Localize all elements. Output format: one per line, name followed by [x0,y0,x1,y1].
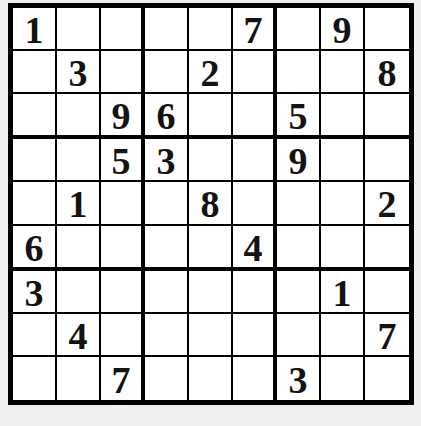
cell-r1c2[interactable] [57,8,101,51]
cell-r7c4[interactable] [145,271,189,314]
cell-r6c6: 4 [233,226,277,271]
cell-r5c8[interactable] [321,182,365,225]
cell-r5c7[interactable] [277,182,321,225]
cell-r7c2[interactable] [57,271,101,314]
cell-r3c6[interactable] [233,94,277,139]
cell-r8c5[interactable] [189,314,233,357]
cell-r6c1: 6 [13,226,57,271]
cell-r2c8[interactable] [321,51,365,94]
cell-r5c9: 2 [365,182,409,225]
cell-r1c3[interactable] [101,8,145,51]
cell-r6c3[interactable] [101,226,145,271]
cell-r2c2: 3 [57,51,101,94]
cell-r9c5[interactable] [189,357,233,400]
cell-r4c1[interactable] [13,139,57,182]
cell-r9c1[interactable] [13,357,57,400]
cell-r5c3[interactable] [101,182,145,225]
sudoku-board: 17932896553918264314773 [8,3,414,405]
cell-r2c9: 8 [365,51,409,94]
cell-r8c4[interactable] [145,314,189,357]
cell-r6c2[interactable] [57,226,101,271]
cell-r3c3: 9 [101,94,145,139]
cell-r8c9: 7 [365,314,409,357]
cell-r9c9[interactable] [365,357,409,400]
cell-r5c4[interactable] [145,182,189,225]
cell-r4c6[interactable] [233,139,277,182]
cell-r2c3[interactable] [101,51,145,94]
cell-r7c9[interactable] [365,271,409,314]
cell-r3c1[interactable] [13,94,57,139]
cell-r3c9[interactable] [365,94,409,139]
cell-r6c7[interactable] [277,226,321,271]
cell-r9c6[interactable] [233,357,277,400]
cell-r8c7[interactable] [277,314,321,357]
cell-r7c1: 3 [13,271,57,314]
cell-r9c3: 7 [101,357,145,400]
cell-r7c3[interactable] [101,271,145,314]
cell-r6c8[interactable] [321,226,365,271]
cell-r1c7[interactable] [277,8,321,51]
cell-r2c4[interactable] [145,51,189,94]
cell-r4c4: 3 [145,139,189,182]
cell-r7c8: 1 [321,271,365,314]
cell-r8c1[interactable] [13,314,57,357]
cell-r4c3: 5 [101,139,145,182]
cell-r1c9[interactable] [365,8,409,51]
cell-r3c5[interactable] [189,94,233,139]
cell-r7c5[interactable] [189,271,233,314]
cell-r1c5[interactable] [189,8,233,51]
cell-r4c2[interactable] [57,139,101,182]
cell-r6c5[interactable] [189,226,233,271]
cell-r8c3[interactable] [101,314,145,357]
cell-r2c5: 2 [189,51,233,94]
cell-r3c2[interactable] [57,94,101,139]
cell-r4c8[interactable] [321,139,365,182]
cell-r1c1: 1 [13,8,57,51]
sudoku-page: 17932896553918264314773 [0,0,421,426]
cell-r2c6[interactable] [233,51,277,94]
cell-r4c5[interactable] [189,139,233,182]
cell-r4c9[interactable] [365,139,409,182]
cell-r1c8: 9 [321,8,365,51]
cell-r9c4[interactable] [145,357,189,400]
cell-r2c7[interactable] [277,51,321,94]
cell-r2c1[interactable] [13,51,57,94]
cell-r3c4: 6 [145,94,189,139]
cell-r8c2: 4 [57,314,101,357]
cell-r3c7: 5 [277,94,321,139]
cell-r1c4[interactable] [145,8,189,51]
cell-r7c6[interactable] [233,271,277,314]
cell-r4c7: 9 [277,139,321,182]
cell-r6c4[interactable] [145,226,189,271]
cell-r3c8[interactable] [321,94,365,139]
cell-r8c6[interactable] [233,314,277,357]
cell-r5c2: 1 [57,182,101,225]
cell-r9c2[interactable] [57,357,101,400]
cell-r6c9[interactable] [365,226,409,271]
cell-r9c7: 3 [277,357,321,400]
cell-r5c5: 8 [189,182,233,225]
cell-r9c8[interactable] [321,357,365,400]
cell-r8c8[interactable] [321,314,365,357]
cell-r5c1[interactable] [13,182,57,225]
cell-r5c6[interactable] [233,182,277,225]
cell-r1c6: 7 [233,8,277,51]
cell-r7c7[interactable] [277,271,321,314]
